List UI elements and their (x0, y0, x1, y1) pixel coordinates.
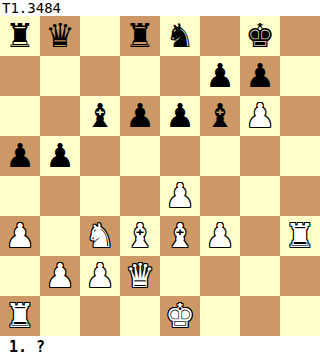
square-h6[interactable] (280, 96, 320, 136)
square-f5[interactable] (200, 136, 240, 176)
move-prompt: 1. ? (0, 336, 320, 360)
piece-white-rook[interactable]: ♜ (5, 296, 35, 336)
square-f3[interactable]: ♟ (200, 216, 240, 256)
square-g1[interactable] (240, 296, 280, 336)
piece-white-pawn[interactable]: ♟ (85, 256, 115, 296)
square-g6[interactable]: ♟ (240, 96, 280, 136)
square-d8[interactable]: ♜ (120, 16, 160, 56)
square-g7[interactable]: ♟ (240, 56, 280, 96)
square-c2[interactable]: ♟ (80, 256, 120, 296)
square-d5[interactable] (120, 136, 160, 176)
piece-white-pawn[interactable]: ♟ (245, 96, 275, 136)
piece-white-bishop[interactable]: ♝ (125, 216, 155, 256)
square-c7[interactable] (80, 56, 120, 96)
square-c5[interactable] (80, 136, 120, 176)
square-c6[interactable]: ♝ (80, 96, 120, 136)
square-c8[interactable] (80, 16, 120, 56)
square-d1[interactable] (120, 296, 160, 336)
square-d2[interactable]: ♛ (120, 256, 160, 296)
square-d7[interactable] (120, 56, 160, 96)
square-a5[interactable]: ♟ (0, 136, 40, 176)
square-e8[interactable]: ♞ (160, 16, 200, 56)
square-b1[interactable] (40, 296, 80, 336)
square-b3[interactable] (40, 216, 80, 256)
square-h5[interactable] (280, 136, 320, 176)
square-d4[interactable] (120, 176, 160, 216)
square-a6[interactable] (0, 96, 40, 136)
square-c1[interactable] (80, 296, 120, 336)
square-h3[interactable]: ♜ (280, 216, 320, 256)
square-h1[interactable] (280, 296, 320, 336)
piece-black-queen[interactable]: ♛ (45, 16, 75, 56)
square-e7[interactable] (160, 56, 200, 96)
square-d3[interactable]: ♝ (120, 216, 160, 256)
piece-black-pawn[interactable]: ♟ (165, 96, 195, 136)
square-b5[interactable]: ♟ (40, 136, 80, 176)
square-b2[interactable]: ♟ (40, 256, 80, 296)
square-e5[interactable] (160, 136, 200, 176)
piece-black-pawn[interactable]: ♟ (205, 56, 235, 96)
square-h7[interactable] (280, 56, 320, 96)
square-b4[interactable] (40, 176, 80, 216)
square-a1[interactable]: ♜ (0, 296, 40, 336)
square-f6[interactable]: ♝ (200, 96, 240, 136)
piece-black-knight[interactable]: ♞ (165, 16, 195, 56)
square-h8[interactable] (280, 16, 320, 56)
piece-white-knight[interactable]: ♞ (85, 216, 115, 256)
square-g2[interactable] (240, 256, 280, 296)
piece-black-king[interactable]: ♚ (245, 16, 275, 56)
square-g8[interactable]: ♚ (240, 16, 280, 56)
problem-id: T1.3484 (0, 0, 320, 16)
square-c4[interactable] (80, 176, 120, 216)
piece-white-pawn[interactable]: ♟ (45, 256, 75, 296)
square-a4[interactable] (0, 176, 40, 216)
piece-black-pawn[interactable]: ♟ (245, 56, 275, 96)
piece-black-pawn[interactable]: ♟ (45, 136, 75, 176)
square-e4[interactable]: ♟ (160, 176, 200, 216)
piece-black-bishop[interactable]: ♝ (85, 96, 115, 136)
piece-black-rook[interactable]: ♜ (5, 16, 35, 56)
square-g4[interactable] (240, 176, 280, 216)
square-f1[interactable] (200, 296, 240, 336)
square-b8[interactable]: ♛ (40, 16, 80, 56)
square-c3[interactable]: ♞ (80, 216, 120, 256)
square-f2[interactable] (200, 256, 240, 296)
square-b6[interactable] (40, 96, 80, 136)
square-a3[interactable]: ♟ (0, 216, 40, 256)
square-h2[interactable] (280, 256, 320, 296)
chess-board: ♜♛♜♞♚♟♟♝♟♟♝♟♟♟♟♟♞♝♝♟♜♟♟♛♜♚ (0, 16, 320, 336)
piece-white-king[interactable]: ♚ (165, 296, 195, 336)
piece-white-pawn[interactable]: ♟ (165, 176, 195, 216)
square-b7[interactable] (40, 56, 80, 96)
square-a2[interactable] (0, 256, 40, 296)
square-e6[interactable]: ♟ (160, 96, 200, 136)
square-a7[interactable] (0, 56, 40, 96)
square-f8[interactable] (200, 16, 240, 56)
piece-black-pawn[interactable]: ♟ (5, 136, 35, 176)
piece-black-pawn[interactable]: ♟ (125, 96, 155, 136)
square-g3[interactable] (240, 216, 280, 256)
square-h4[interactable] (280, 176, 320, 216)
piece-white-rook[interactable]: ♜ (285, 216, 315, 256)
square-f7[interactable]: ♟ (200, 56, 240, 96)
piece-white-pawn[interactable]: ♟ (5, 216, 35, 256)
piece-white-queen[interactable]: ♛ (125, 256, 155, 296)
piece-black-bishop[interactable]: ♝ (205, 96, 235, 136)
square-a8[interactable]: ♜ (0, 16, 40, 56)
square-f4[interactable] (200, 176, 240, 216)
square-g5[interactable] (240, 136, 280, 176)
piece-white-bishop[interactable]: ♝ (165, 216, 195, 256)
square-e3[interactable]: ♝ (160, 216, 200, 256)
square-e2[interactable] (160, 256, 200, 296)
square-e1[interactable]: ♚ (160, 296, 200, 336)
square-d6[interactable]: ♟ (120, 96, 160, 136)
piece-white-pawn[interactable]: ♟ (205, 216, 235, 256)
piece-black-rook[interactable]: ♜ (125, 16, 155, 56)
